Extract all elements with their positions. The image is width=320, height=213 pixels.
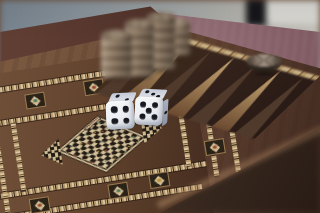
checker-stack — [101, 31, 132, 79]
backgammon-board-photo — [0, 0, 320, 213]
dice-shadow — [127, 116, 181, 130]
checker-stack-top — [101, 30, 132, 39]
checker-stack-top — [125, 19, 154, 28]
checker-stack-top — [147, 12, 175, 21]
